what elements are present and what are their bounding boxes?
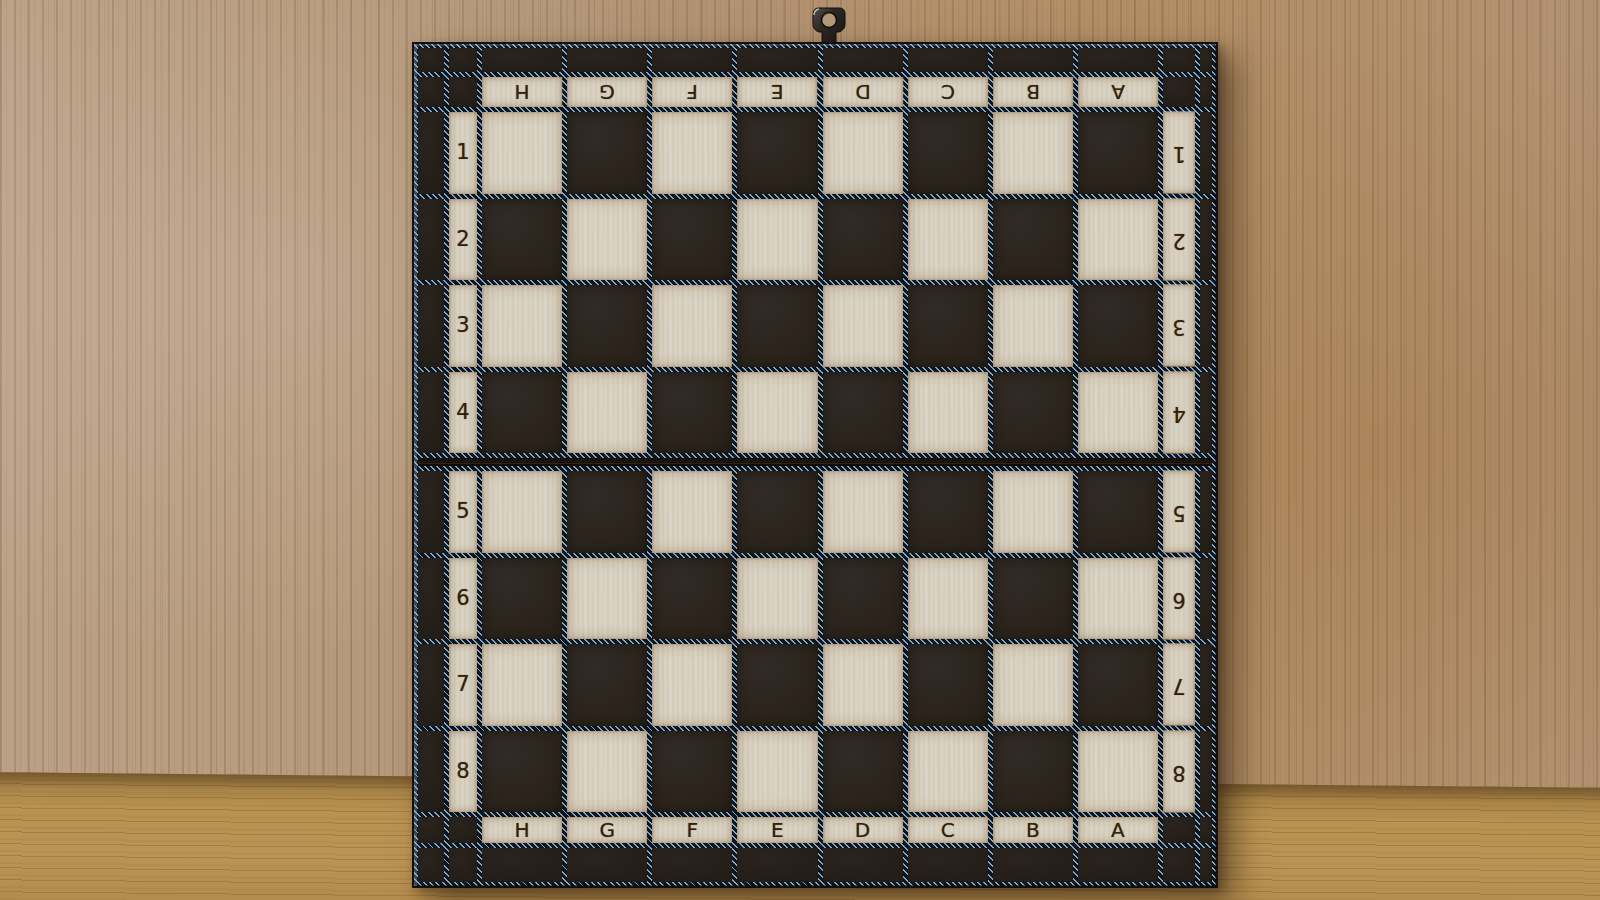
square-d3 bbox=[823, 285, 903, 367]
square-f3 bbox=[652, 285, 732, 367]
square-c1 bbox=[908, 112, 988, 194]
frame-cell-bottom-5 bbox=[737, 848, 817, 882]
file-label-top-d: D bbox=[823, 77, 903, 107]
frame-cell-top-r0 bbox=[1163, 77, 1195, 107]
square-b7 bbox=[993, 644, 1073, 726]
square-f4 bbox=[652, 372, 732, 454]
file-label-top-a: A bbox=[1078, 77, 1158, 107]
rank-label-right-1: 1 bbox=[1163, 112, 1195, 194]
frame-cell-bottom-l0 bbox=[418, 817, 444, 843]
square-b4 bbox=[993, 372, 1073, 454]
square-e1 bbox=[737, 112, 817, 194]
square-f6 bbox=[652, 558, 732, 640]
frame-cell-top-7 bbox=[908, 48, 988, 72]
frame-cell-top-4 bbox=[652, 48, 732, 72]
square-a5 bbox=[1078, 471, 1158, 553]
rank-label-left-7: 7 bbox=[449, 644, 477, 726]
frame-cell-bottom-2 bbox=[482, 848, 562, 882]
frame-cell-rank2-left bbox=[418, 199, 444, 281]
frame-cell-rank3-left bbox=[418, 285, 444, 367]
square-c7 bbox=[908, 644, 988, 726]
square-a2 bbox=[1078, 199, 1158, 281]
square-d7 bbox=[823, 644, 903, 726]
square-e3 bbox=[737, 285, 817, 367]
frame-cell-bottom-11 bbox=[1200, 848, 1212, 882]
frame-cell-top-5 bbox=[737, 48, 817, 72]
frame-cell-rank7-right bbox=[1200, 644, 1212, 726]
square-h1 bbox=[482, 112, 562, 194]
frame-cell-top-1 bbox=[449, 48, 477, 72]
file-label-top-f: F bbox=[652, 77, 732, 107]
square-g5 bbox=[567, 471, 647, 553]
frame-cell-bottom-0 bbox=[418, 848, 444, 882]
rank-label-left-3: 3 bbox=[449, 285, 477, 367]
file-label-top-g: G bbox=[567, 77, 647, 107]
square-b3 bbox=[993, 285, 1073, 367]
square-g3 bbox=[567, 285, 647, 367]
frame-cell-rank8-right bbox=[1200, 731, 1212, 813]
square-e4 bbox=[737, 372, 817, 454]
square-g2 bbox=[567, 199, 647, 281]
square-f8 bbox=[652, 731, 732, 813]
rank-label-right-3: 3 bbox=[1163, 285, 1195, 367]
square-c5 bbox=[908, 471, 988, 553]
rank-label-right-5: 5 bbox=[1163, 471, 1195, 553]
frame-cell-top-3 bbox=[567, 48, 647, 72]
frame-cell-rank1-left bbox=[418, 112, 444, 194]
frame-cell-bottom-r0 bbox=[1163, 817, 1195, 843]
square-b2 bbox=[993, 199, 1073, 281]
square-d8 bbox=[823, 731, 903, 813]
file-label-top-c: C bbox=[908, 77, 988, 107]
square-a8 bbox=[1078, 731, 1158, 813]
frame-cell-top-0 bbox=[418, 48, 444, 72]
frame-cell-top-r1 bbox=[1200, 77, 1212, 107]
frame-cell-bottom-7 bbox=[908, 848, 988, 882]
frame-cell-bottom-10 bbox=[1163, 848, 1195, 882]
square-f7 bbox=[652, 644, 732, 726]
file-label-bottom-c: C bbox=[908, 817, 988, 843]
frame-cell-bottom-1 bbox=[449, 848, 477, 882]
frame-cell-rank7-left bbox=[418, 644, 444, 726]
square-d1 bbox=[823, 112, 903, 194]
file-label-bottom-f: F bbox=[652, 817, 732, 843]
square-h7 bbox=[482, 644, 562, 726]
file-label-bottom-e: E bbox=[737, 817, 817, 843]
frame-cell-rank1-right bbox=[1200, 112, 1212, 194]
file-label-bottom-h: H bbox=[482, 817, 562, 843]
rank-label-right-8: 8 bbox=[1163, 731, 1195, 813]
rank-label-left-1: 1 bbox=[449, 112, 477, 194]
frame-cell-bottom-r1 bbox=[1200, 817, 1212, 843]
square-d6 bbox=[823, 558, 903, 640]
frame-cell-top-8 bbox=[993, 48, 1073, 72]
square-d5 bbox=[823, 471, 903, 553]
frame-cell-rank2-right bbox=[1200, 199, 1212, 281]
square-c8 bbox=[908, 731, 988, 813]
square-b5 bbox=[993, 471, 1073, 553]
square-a6 bbox=[1078, 558, 1158, 640]
frame-cell-top-9 bbox=[1078, 48, 1158, 72]
square-h3 bbox=[482, 285, 562, 367]
frame-cell-bottom-6 bbox=[823, 848, 903, 882]
frame-cell-rank3-right bbox=[1200, 285, 1212, 367]
file-label-top-h: H bbox=[482, 77, 562, 107]
frame-cell-top-2 bbox=[482, 48, 562, 72]
square-h8 bbox=[482, 731, 562, 813]
square-b6 bbox=[993, 558, 1073, 640]
rank-label-left-4: 4 bbox=[449, 372, 477, 454]
square-c4 bbox=[908, 372, 988, 454]
frame-cell-top-10 bbox=[1163, 48, 1195, 72]
file-label-bottom-b: B bbox=[993, 817, 1073, 843]
square-h5 bbox=[482, 471, 562, 553]
frame-cell-rank4-right bbox=[1200, 372, 1212, 454]
rank-label-right-4: 4 bbox=[1163, 372, 1195, 454]
frame-cell-bottom-3 bbox=[567, 848, 647, 882]
square-g6 bbox=[567, 558, 647, 640]
square-h6 bbox=[482, 558, 562, 640]
square-c3 bbox=[908, 285, 988, 367]
file-label-bottom-a: A bbox=[1078, 817, 1158, 843]
photo-scene: HGFEDCBA1122334455667788HGFEDCBA bbox=[0, 0, 1600, 900]
square-a3 bbox=[1078, 285, 1158, 367]
square-g8 bbox=[567, 731, 647, 813]
square-a7 bbox=[1078, 644, 1158, 726]
rank-label-right-7: 7 bbox=[1163, 644, 1195, 726]
file-label-bottom-d: D bbox=[823, 817, 903, 843]
square-f1 bbox=[652, 112, 732, 194]
frame-cell-bottom-9 bbox=[1078, 848, 1158, 882]
square-e8 bbox=[737, 731, 817, 813]
file-label-top-b: B bbox=[993, 77, 1073, 107]
square-c2 bbox=[908, 199, 988, 281]
square-f5 bbox=[652, 471, 732, 553]
square-b8 bbox=[993, 731, 1073, 813]
rank-label-right-6: 6 bbox=[1163, 558, 1195, 640]
square-h4 bbox=[482, 372, 562, 454]
frame-cell-rank4-left bbox=[418, 372, 444, 454]
square-d2 bbox=[823, 199, 903, 281]
frame-cell-rank8-left bbox=[418, 731, 444, 813]
frame-cell-top-l0 bbox=[418, 77, 444, 107]
square-e2 bbox=[737, 199, 817, 281]
frame-cell-bottom-8 bbox=[993, 848, 1073, 882]
frame-cell-bottom-l1 bbox=[449, 817, 477, 843]
frame-cell-rank6-left bbox=[418, 558, 444, 640]
square-c6 bbox=[908, 558, 988, 640]
square-g4 bbox=[567, 372, 647, 454]
square-a4 bbox=[1078, 372, 1158, 454]
frame-cell-top-l1 bbox=[449, 77, 477, 107]
frame-cell-bottom-4 bbox=[652, 848, 732, 882]
square-e5 bbox=[737, 471, 817, 553]
chess-board: HGFEDCBA1122334455667788HGFEDCBA bbox=[412, 42, 1218, 888]
rank-label-left-5: 5 bbox=[449, 471, 477, 553]
frame-cell-rank5-left bbox=[418, 471, 444, 553]
square-g1 bbox=[567, 112, 647, 194]
square-e6 bbox=[737, 558, 817, 640]
rank-label-left-6: 6 bbox=[449, 558, 477, 640]
frame-cell-top-11 bbox=[1200, 48, 1212, 72]
frame-cell-top-6 bbox=[823, 48, 903, 72]
square-g7 bbox=[567, 644, 647, 726]
square-d4 bbox=[823, 372, 903, 454]
fold-seam bbox=[418, 458, 1212, 466]
rank-label-left-2: 2 bbox=[449, 199, 477, 281]
square-b1 bbox=[993, 112, 1073, 194]
file-label-bottom-g: G bbox=[567, 817, 647, 843]
square-f2 bbox=[652, 199, 732, 281]
square-e7 bbox=[737, 644, 817, 726]
square-a1 bbox=[1078, 112, 1158, 194]
frame-cell-rank5-right bbox=[1200, 471, 1212, 553]
file-label-top-e: E bbox=[737, 77, 817, 107]
square-h2 bbox=[482, 199, 562, 281]
frame-cell-rank6-right bbox=[1200, 558, 1212, 640]
rank-label-left-8: 8 bbox=[449, 731, 477, 813]
rank-label-right-2: 2 bbox=[1163, 199, 1195, 281]
